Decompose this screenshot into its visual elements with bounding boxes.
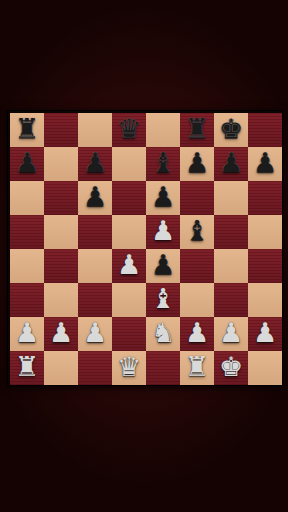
square-g3[interactable] [214,283,248,317]
square-f7[interactable]: ♟ [180,147,214,181]
white-pawn: ♟ [151,214,175,248]
square-e7[interactable]: ♝ [146,147,180,181]
square-g4[interactable] [214,249,248,283]
black-rook: ♜ [185,112,209,146]
square-g1[interactable]: ♚ [214,351,248,385]
square-c2[interactable]: ♟ [78,317,112,351]
square-d7[interactable] [112,147,146,181]
white-pawn: ♟ [117,248,141,282]
black-bishop: ♝ [151,146,175,180]
white-king: ♚ [219,350,243,384]
black-rook: ♜ [15,112,39,146]
square-g6[interactable] [214,181,248,215]
white-rook: ♜ [15,350,39,384]
square-f6[interactable] [180,181,214,215]
white-pawn: ♟ [49,316,73,350]
square-b4[interactable] [44,249,78,283]
square-a3[interactable] [10,283,44,317]
square-f5[interactable]: ♝ [180,215,214,249]
square-a7[interactable]: ♟ [10,147,44,181]
square-c6[interactable]: ♟ [78,181,112,215]
square-f3[interactable] [180,283,214,317]
black-pawn: ♟ [185,146,209,180]
square-h4[interactable] [248,249,282,283]
square-a6[interactable] [10,181,44,215]
black-pawn: ♟ [15,146,39,180]
square-b7[interactable] [44,147,78,181]
square-e6[interactable]: ♟ [146,181,180,215]
black-pawn: ♟ [83,146,107,180]
black-pawn: ♟ [253,146,277,180]
square-d5[interactable] [112,215,146,249]
square-c5[interactable] [78,215,112,249]
chess-board-frame: ♜♛♜♚♟♟♝♟♟♟♟♟♟♝♟♟♝♟♟♟♞♟♟♟♜♛♜♚ [7,110,283,386]
white-bishop: ♝ [151,282,175,316]
white-knight: ♞ [151,316,175,350]
square-e3[interactable]: ♝ [146,283,180,317]
square-f2[interactable]: ♟ [180,317,214,351]
square-c4[interactable] [78,249,112,283]
square-c7[interactable]: ♟ [78,147,112,181]
square-c3[interactable] [78,283,112,317]
white-pawn: ♟ [83,316,107,350]
square-a8[interactable]: ♜ [10,113,44,147]
square-b2[interactable]: ♟ [44,317,78,351]
square-d2[interactable] [112,317,146,351]
square-b6[interactable] [44,181,78,215]
square-e4[interactable]: ♟ [146,249,180,283]
square-d6[interactable] [112,181,146,215]
black-pawn: ♟ [83,180,107,214]
square-c8[interactable] [78,113,112,147]
square-e2[interactable]: ♞ [146,317,180,351]
white-pawn: ♟ [185,316,209,350]
square-g2[interactable]: ♟ [214,317,248,351]
square-a1[interactable]: ♜ [10,351,44,385]
square-h2[interactable]: ♟ [248,317,282,351]
square-d4[interactable]: ♟ [112,249,146,283]
square-f4[interactable] [180,249,214,283]
white-pawn: ♟ [219,316,243,350]
square-b3[interactable] [44,283,78,317]
square-h8[interactable] [248,113,282,147]
square-d3[interactable] [112,283,146,317]
square-g5[interactable] [214,215,248,249]
square-e8[interactable] [146,113,180,147]
square-f8[interactable]: ♜ [180,113,214,147]
black-king: ♚ [219,112,243,146]
square-d8[interactable]: ♛ [112,113,146,147]
white-rook: ♜ [185,350,209,384]
black-queen: ♛ [117,112,141,146]
white-queen: ♛ [117,350,141,384]
square-g8[interactable]: ♚ [214,113,248,147]
square-f1[interactable]: ♜ [180,351,214,385]
square-g7[interactable]: ♟ [214,147,248,181]
square-a5[interactable] [10,215,44,249]
square-c1[interactable] [78,351,112,385]
square-e1[interactable] [146,351,180,385]
square-h7[interactable]: ♟ [248,147,282,181]
square-d1[interactable]: ♛ [112,351,146,385]
square-h6[interactable] [248,181,282,215]
white-pawn: ♟ [15,316,39,350]
square-a4[interactable] [10,249,44,283]
black-bishop: ♝ [185,214,209,248]
square-a2[interactable]: ♟ [10,317,44,351]
square-e5[interactable]: ♟ [146,215,180,249]
square-b8[interactable] [44,113,78,147]
square-b1[interactable] [44,351,78,385]
black-pawn: ♟ [219,146,243,180]
square-b5[interactable] [44,215,78,249]
black-pawn: ♟ [151,248,175,282]
chess-board: ♜♛♜♚♟♟♝♟♟♟♟♟♟♝♟♟♝♟♟♟♞♟♟♟♜♛♜♚ [10,113,282,385]
square-h1[interactable] [248,351,282,385]
square-h3[interactable] [248,283,282,317]
white-pawn: ♟ [253,316,277,350]
black-pawn: ♟ [151,180,175,214]
square-h5[interactable] [248,215,282,249]
